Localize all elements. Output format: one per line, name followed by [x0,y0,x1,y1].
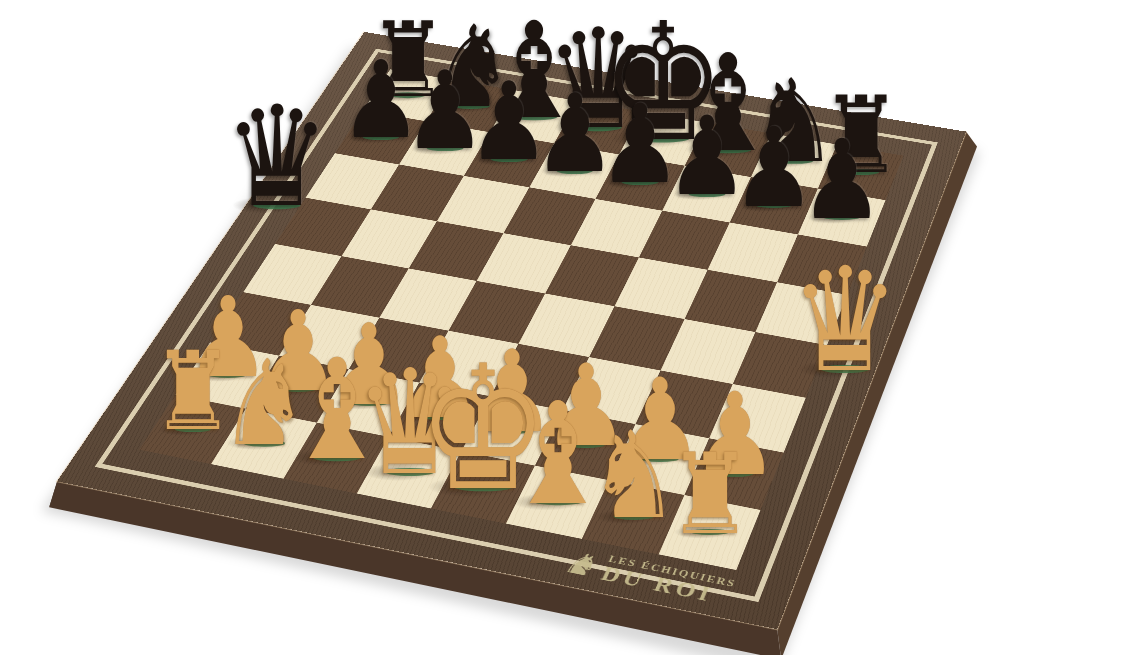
product-photo-scene: ♞ LES ÉCHIQUIERS DU ROI ♜♞♝♛♚♝♞♜♟♟♟♟♟♟♟♟… [0,0,1129,655]
